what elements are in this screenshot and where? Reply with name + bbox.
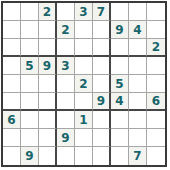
cell-r8c9[interactable] bbox=[147, 129, 165, 147]
cell-r6c9[interactable]: 6 bbox=[147, 93, 165, 111]
sudoku-board-container: 23729425932594661997 bbox=[1, 1, 167, 167]
cell-r2c3[interactable] bbox=[39, 21, 57, 39]
cell-r5c1[interactable] bbox=[3, 75, 21, 93]
cell-r4c6[interactable] bbox=[93, 57, 111, 75]
cell-r5c2[interactable] bbox=[21, 75, 39, 93]
cell-r3c8[interactable] bbox=[129, 39, 147, 57]
cell-r7c8[interactable] bbox=[129, 111, 147, 129]
cell-r1c6[interactable]: 7 bbox=[93, 3, 111, 21]
cell-r8c4[interactable]: 9 bbox=[57, 129, 75, 147]
cell-r9c2[interactable]: 9 bbox=[21, 147, 39, 165]
cell-r4c1[interactable] bbox=[3, 57, 21, 75]
cell-r6c2[interactable] bbox=[21, 93, 39, 111]
cell-r9c8[interactable]: 7 bbox=[129, 147, 147, 165]
cell-r1c4[interactable] bbox=[57, 3, 75, 21]
cell-r3c4[interactable] bbox=[57, 39, 75, 57]
cell-r4c2[interactable]: 5 bbox=[21, 57, 39, 75]
cell-r7c7[interactable] bbox=[111, 111, 129, 129]
cell-r7c9[interactable] bbox=[147, 111, 165, 129]
cell-r7c6[interactable] bbox=[93, 111, 111, 129]
cell-r5c6[interactable] bbox=[93, 75, 111, 93]
cell-r9c1[interactable] bbox=[3, 147, 21, 165]
cell-r6c8[interactable] bbox=[129, 93, 147, 111]
cell-r6c7[interactable]: 4 bbox=[111, 93, 129, 111]
cell-r4c5[interactable] bbox=[75, 57, 93, 75]
cell-r3c6[interactable] bbox=[93, 39, 111, 57]
cell-r9c6[interactable] bbox=[93, 147, 111, 165]
cell-r5c8[interactable] bbox=[129, 75, 147, 93]
cell-r9c4[interactable] bbox=[57, 147, 75, 165]
cell-r3c2[interactable] bbox=[21, 39, 39, 57]
cell-r3c3[interactable] bbox=[39, 39, 57, 57]
cell-r6c4[interactable] bbox=[57, 93, 75, 111]
cell-r2c9[interactable] bbox=[147, 21, 165, 39]
cell-r9c9[interactable] bbox=[147, 147, 165, 165]
cell-r4c3[interactable]: 9 bbox=[39, 57, 57, 75]
cell-r5c4[interactable] bbox=[57, 75, 75, 93]
cell-r6c6[interactable]: 9 bbox=[93, 93, 111, 111]
cell-r5c9[interactable] bbox=[147, 75, 165, 93]
cell-r8c5[interactable] bbox=[75, 129, 93, 147]
cell-r1c1[interactable] bbox=[3, 3, 21, 21]
cell-r1c5[interactable]: 3 bbox=[75, 3, 93, 21]
cell-r2c6[interactable] bbox=[93, 21, 111, 39]
cell-r9c7[interactable] bbox=[111, 147, 129, 165]
cell-r3c7[interactable] bbox=[111, 39, 129, 57]
cell-r2c4[interactable]: 2 bbox=[57, 21, 75, 39]
cell-r7c3[interactable] bbox=[39, 111, 57, 129]
cell-r4c7[interactable] bbox=[111, 57, 129, 75]
cell-r3c9[interactable]: 2 bbox=[147, 39, 165, 57]
cell-r4c9[interactable] bbox=[147, 57, 165, 75]
cell-r8c2[interactable] bbox=[21, 129, 39, 147]
cell-r3c5[interactable] bbox=[75, 39, 93, 57]
cell-r4c4[interactable]: 3 bbox=[57, 57, 75, 75]
cell-r1c9[interactable] bbox=[147, 3, 165, 21]
cell-r8c8[interactable] bbox=[129, 129, 147, 147]
cell-r1c2[interactable] bbox=[21, 3, 39, 21]
cell-r6c5[interactable] bbox=[75, 93, 93, 111]
cell-r7c1[interactable]: 6 bbox=[3, 111, 21, 129]
cell-r1c8[interactable] bbox=[129, 3, 147, 21]
cell-r8c1[interactable] bbox=[3, 129, 21, 147]
cell-r5c3[interactable] bbox=[39, 75, 57, 93]
cell-r6c1[interactable] bbox=[3, 93, 21, 111]
cell-r7c5[interactable]: 1 bbox=[75, 111, 93, 129]
cell-r8c6[interactable] bbox=[93, 129, 111, 147]
cell-r2c7[interactable]: 9 bbox=[111, 21, 129, 39]
cell-r7c2[interactable] bbox=[21, 111, 39, 129]
cell-r5c7[interactable]: 5 bbox=[111, 75, 129, 93]
cell-r5c5[interactable]: 2 bbox=[75, 75, 93, 93]
cell-r2c5[interactable] bbox=[75, 21, 93, 39]
cell-r1c3[interactable]: 2 bbox=[39, 3, 57, 21]
cell-r8c7[interactable] bbox=[111, 129, 129, 147]
cell-r9c3[interactable] bbox=[39, 147, 57, 165]
cell-r9c5[interactable] bbox=[75, 147, 93, 165]
cell-r2c1[interactable] bbox=[3, 21, 21, 39]
cell-r7c4[interactable] bbox=[57, 111, 75, 129]
cell-r3c1[interactable] bbox=[3, 39, 21, 57]
cell-r2c8[interactable]: 4 bbox=[129, 21, 147, 39]
cell-r4c8[interactable] bbox=[129, 57, 147, 75]
sudoku-board: 23729425932594661997 bbox=[1, 1, 167, 167]
cell-r6c3[interactable] bbox=[39, 93, 57, 111]
cell-r2c2[interactable] bbox=[21, 21, 39, 39]
cell-r1c7[interactable] bbox=[111, 3, 129, 21]
cell-r8c3[interactable] bbox=[39, 129, 57, 147]
